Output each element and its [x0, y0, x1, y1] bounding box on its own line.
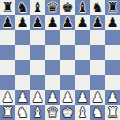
piece-black-pawn[interactable]: ♟: [61, 15, 73, 30]
piece-white-pawn[interactable]: ♟: [46, 90, 58, 105]
square-e2[interactable]: ♟: [60, 90, 75, 105]
square-g1[interactable]: ♞: [90, 105, 105, 120]
square-b8[interactable]: ♞: [15, 0, 30, 15]
square-g8[interactable]: ♞: [90, 0, 105, 15]
square-d2[interactable]: ♟: [45, 90, 60, 105]
piece-black-rook[interactable]: ♜: [106, 0, 118, 15]
square-c2[interactable]: ♟: [30, 90, 45, 105]
square-c6[interactable]: [30, 30, 45, 45]
square-f5[interactable]: [75, 45, 90, 60]
square-h6[interactable]: [105, 30, 120, 45]
square-e6[interactable]: [60, 30, 75, 45]
piece-black-pawn[interactable]: ♟: [76, 15, 88, 30]
square-e1[interactable]: ♚: [60, 105, 75, 120]
piece-black-pawn[interactable]: ♟: [16, 15, 28, 30]
square-f8[interactable]: ♝: [75, 0, 90, 15]
square-c8[interactable]: ♝: [30, 0, 45, 15]
piece-white-pawn[interactable]: ♟: [31, 90, 43, 105]
square-e3[interactable]: [60, 75, 75, 90]
square-h2[interactable]: ♟: [105, 90, 120, 105]
piece-black-pawn[interactable]: ♟: [31, 15, 43, 30]
piece-black-king[interactable]: ♚: [61, 0, 73, 15]
piece-white-bishop[interactable]: ♝: [76, 105, 88, 120]
square-g4[interactable]: [90, 60, 105, 75]
piece-black-pawn[interactable]: ♟: [1, 15, 13, 30]
square-h3[interactable]: [105, 75, 120, 90]
square-f4[interactable]: [75, 60, 90, 75]
piece-black-knight[interactable]: ♞: [16, 0, 28, 15]
square-d7[interactable]: ♟: [45, 15, 60, 30]
square-d3[interactable]: [45, 75, 60, 90]
square-g7[interactable]: ♟: [90, 15, 105, 30]
square-b3[interactable]: [15, 75, 30, 90]
piece-white-pawn[interactable]: ♟: [61, 90, 73, 105]
piece-black-pawn[interactable]: ♟: [106, 15, 118, 30]
piece-white-pawn[interactable]: ♟: [16, 90, 28, 105]
square-h4[interactable]: [105, 60, 120, 75]
square-a3[interactable]: [0, 75, 15, 90]
square-c1[interactable]: ♝: [30, 105, 45, 120]
square-b1[interactable]: ♞: [15, 105, 30, 120]
square-e4[interactable]: [60, 60, 75, 75]
piece-black-queen[interactable]: ♛: [46, 0, 58, 15]
square-f1[interactable]: ♝: [75, 105, 90, 120]
piece-white-knight[interactable]: ♞: [16, 105, 28, 120]
square-e8[interactable]: ♚: [60, 0, 75, 15]
square-h8[interactable]: ♜: [105, 0, 120, 15]
piece-white-king[interactable]: ♚: [61, 105, 73, 120]
piece-black-bishop[interactable]: ♝: [76, 0, 88, 15]
piece-white-pawn[interactable]: ♟: [91, 90, 103, 105]
piece-black-bishop[interactable]: ♝: [31, 0, 43, 15]
square-h5[interactable]: [105, 45, 120, 60]
piece-black-pawn[interactable]: ♟: [91, 15, 103, 30]
square-c5[interactable]: [30, 45, 45, 60]
square-g6[interactable]: [90, 30, 105, 45]
square-b6[interactable]: [15, 30, 30, 45]
square-a8[interactable]: ♜: [0, 0, 15, 15]
square-h1[interactable]: ♜: [105, 105, 120, 120]
square-d4[interactable]: [45, 60, 60, 75]
square-a1[interactable]: ♜: [0, 105, 15, 120]
square-f7[interactable]: ♟: [75, 15, 90, 30]
square-d6[interactable]: [45, 30, 60, 45]
piece-black-pawn[interactable]: ♟: [46, 15, 58, 30]
chess-board: ♜♞♝♛♚♝♞♜♟♟♟♟♟♟♟♟♟♟♟♟♟♟♟♟♜♞♝♛♚♝♞♜: [0, 0, 120, 120]
square-d5[interactable]: [45, 45, 60, 60]
square-a5[interactable]: [0, 45, 15, 60]
square-c3[interactable]: [30, 75, 45, 90]
square-c7[interactable]: ♟: [30, 15, 45, 30]
square-d1[interactable]: ♛: [45, 105, 60, 120]
square-d8[interactable]: ♛: [45, 0, 60, 15]
piece-black-rook[interactable]: ♜: [1, 0, 13, 15]
piece-white-rook[interactable]: ♜: [1, 105, 13, 120]
square-g2[interactable]: ♟: [90, 90, 105, 105]
piece-white-rook[interactable]: ♜: [106, 105, 118, 120]
piece-white-pawn[interactable]: ♟: [76, 90, 88, 105]
square-c4[interactable]: [30, 60, 45, 75]
square-f2[interactable]: ♟: [75, 90, 90, 105]
square-b5[interactable]: [15, 45, 30, 60]
piece-black-knight[interactable]: ♞: [91, 0, 103, 15]
square-g3[interactable]: [90, 75, 105, 90]
piece-white-pawn[interactable]: ♟: [1, 90, 13, 105]
square-f3[interactable]: [75, 75, 90, 90]
square-a4[interactable]: [0, 60, 15, 75]
piece-white-pawn[interactable]: ♟: [106, 90, 118, 105]
piece-white-knight[interactable]: ♞: [91, 105, 103, 120]
square-f6[interactable]: [75, 30, 90, 45]
square-h7[interactable]: ♟: [105, 15, 120, 30]
square-b2[interactable]: ♟: [15, 90, 30, 105]
square-e7[interactable]: ♟: [60, 15, 75, 30]
square-g5[interactable]: [90, 45, 105, 60]
square-e5[interactable]: [60, 45, 75, 60]
square-a2[interactable]: ♟: [0, 90, 15, 105]
square-a7[interactable]: ♟: [0, 15, 15, 30]
piece-white-bishop[interactable]: ♝: [31, 105, 43, 120]
piece-white-queen[interactable]: ♛: [46, 105, 58, 120]
square-b7[interactable]: ♟: [15, 15, 30, 30]
square-b4[interactable]: [15, 60, 30, 75]
square-a6[interactable]: [0, 30, 15, 45]
